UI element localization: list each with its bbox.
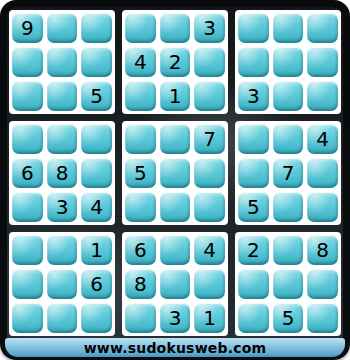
cell-r3c8[interactable] <box>273 81 304 111</box>
cell-r1c2[interactable] <box>47 13 78 43</box>
cell-r6c3[interactable]: 4 <box>81 192 112 222</box>
cell-r8c4[interactable]: 8 <box>125 269 156 299</box>
cell-r6c5[interactable] <box>160 192 191 222</box>
site-url: www.sudokusweb.com <box>84 340 267 356</box>
cell-r6c7[interactable]: 5 <box>238 192 269 222</box>
cell-r6c2[interactable]: 3 <box>47 192 78 222</box>
cell-r7c7[interactable]: 2 <box>238 235 269 265</box>
cell-r3c3[interactable]: 5 <box>81 81 112 111</box>
cell-r8c7[interactable] <box>238 269 269 299</box>
cell-r6c4[interactable] <box>125 192 156 222</box>
cell-r4c7[interactable] <box>238 124 269 154</box>
cell-r5c1[interactable]: 6 <box>12 158 43 188</box>
cell-r1c6[interactable]: 3 <box>194 13 225 43</box>
sudoku-box-6: 475 <box>235 121 341 225</box>
cell-r9c5[interactable]: 3 <box>160 303 191 333</box>
sudoku-box-8: 64831 <box>122 232 228 336</box>
cell-r3c9[interactable] <box>307 81 338 111</box>
cell-r8c8[interactable] <box>273 269 304 299</box>
cell-r9c4[interactable] <box>125 303 156 333</box>
cell-r2c1[interactable] <box>12 47 43 77</box>
footer-bar: www.sudokusweb.com <box>5 338 345 357</box>
cell-r3c7[interactable]: 3 <box>238 81 269 111</box>
cell-r6c9[interactable] <box>307 192 338 222</box>
sudoku-grid: 95342136834754751664831285 <box>9 10 341 336</box>
cell-r4c4[interactable] <box>125 124 156 154</box>
cell-r5c3[interactable] <box>81 158 112 188</box>
cell-r7c5[interactable] <box>160 235 191 265</box>
cell-r2c4[interactable]: 4 <box>125 47 156 77</box>
cell-r4c6[interactable]: 7 <box>194 124 225 154</box>
sudoku-box-3: 3 <box>235 10 341 114</box>
cell-r8c2[interactable] <box>47 269 78 299</box>
cell-r3c4[interactable] <box>125 81 156 111</box>
cell-r9c9[interactable] <box>307 303 338 333</box>
cell-r4c3[interactable] <box>81 124 112 154</box>
cell-r6c8[interactable] <box>273 192 304 222</box>
cell-r2c6[interactable] <box>194 47 225 77</box>
cell-r8c5[interactable] <box>160 269 191 299</box>
cell-r9c3[interactable] <box>81 303 112 333</box>
cell-r2c7[interactable] <box>238 47 269 77</box>
cell-r6c1[interactable] <box>12 192 43 222</box>
sudoku-box-2: 3421 <box>122 10 228 114</box>
cell-r5c4[interactable]: 5 <box>125 158 156 188</box>
cell-r7c8[interactable] <box>273 235 304 265</box>
cell-r5c2[interactable]: 8 <box>47 158 78 188</box>
cell-r7c1[interactable] <box>12 235 43 265</box>
sudoku-box-1: 95 <box>9 10 115 114</box>
cell-r3c1[interactable] <box>12 81 43 111</box>
cell-r7c3[interactable]: 1 <box>81 235 112 265</box>
cell-r7c4[interactable]: 6 <box>125 235 156 265</box>
cell-r3c2[interactable] <box>47 81 78 111</box>
cell-r9c8[interactable]: 5 <box>273 303 304 333</box>
cell-r8c6[interactable] <box>194 269 225 299</box>
cell-r9c2[interactable] <box>47 303 78 333</box>
cell-r4c5[interactable] <box>160 124 191 154</box>
cell-r9c1[interactable] <box>12 303 43 333</box>
cell-r3c6[interactable] <box>194 81 225 111</box>
cell-r2c2[interactable] <box>47 47 78 77</box>
cell-r1c9[interactable] <box>307 13 338 43</box>
cell-r5c9[interactable] <box>307 158 338 188</box>
cell-r9c7[interactable] <box>238 303 269 333</box>
cell-r2c9[interactable] <box>307 47 338 77</box>
cell-r2c5[interactable]: 2 <box>160 47 191 77</box>
cell-r4c2[interactable] <box>47 124 78 154</box>
cell-r8c9[interactable] <box>307 269 338 299</box>
cell-r1c5[interactable] <box>160 13 191 43</box>
cell-r1c7[interactable] <box>238 13 269 43</box>
cell-r5c6[interactable] <box>194 158 225 188</box>
cell-r8c1[interactable] <box>12 269 43 299</box>
cell-r5c5[interactable] <box>160 158 191 188</box>
cell-r7c9[interactable]: 8 <box>307 235 338 265</box>
cell-r7c6[interactable]: 4 <box>194 235 225 265</box>
cell-r5c8[interactable]: 7 <box>273 158 304 188</box>
cell-r1c8[interactable] <box>273 13 304 43</box>
cell-r1c3[interactable] <box>81 13 112 43</box>
sudoku-box-9: 285 <box>235 232 341 336</box>
cell-r4c1[interactable] <box>12 124 43 154</box>
sudoku-box-4: 6834 <box>9 121 115 225</box>
cell-r9c6[interactable]: 1 <box>194 303 225 333</box>
cell-r1c4[interactable] <box>125 13 156 43</box>
cell-r3c5[interactable]: 1 <box>160 81 191 111</box>
sudoku-board: 95342136834754751664831285 www.sudokuswe… <box>0 0 350 360</box>
cell-r2c3[interactable] <box>81 47 112 77</box>
cell-r5c7[interactable] <box>238 158 269 188</box>
cell-r8c3[interactable]: 6 <box>81 269 112 299</box>
cell-r1c1[interactable]: 9 <box>12 13 43 43</box>
cell-r2c8[interactable] <box>273 47 304 77</box>
sudoku-box-7: 16 <box>9 232 115 336</box>
cell-r6c6[interactable] <box>194 192 225 222</box>
cell-r4c9[interactable]: 4 <box>307 124 338 154</box>
cell-r4c8[interactable] <box>273 124 304 154</box>
sudoku-box-5: 75 <box>122 121 228 225</box>
cell-r7c2[interactable] <box>47 235 78 265</box>
